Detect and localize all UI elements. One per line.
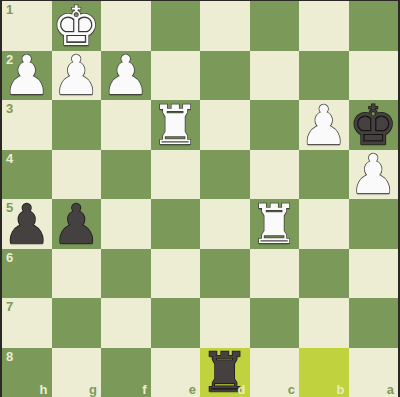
square-d2[interactable]: [200, 51, 250, 101]
square-d8[interactable]: d♜: [200, 348, 250, 397]
piece-white-pawn[interactable]: ♟: [52, 52, 102, 102]
square-c5[interactable]: ♜: [250, 199, 300, 249]
square-e3[interactable]: ♜: [151, 100, 201, 150]
square-g1[interactable]: ♚: [52, 1, 102, 51]
square-c7[interactable]: [250, 298, 300, 348]
square-e6[interactable]: [151, 249, 201, 299]
square-h2[interactable]: 2♟: [2, 51, 52, 101]
square-e5[interactable]: [151, 199, 201, 249]
square-d5[interactable]: [200, 199, 250, 249]
rank-label-4: 4: [6, 152, 13, 165]
file-label-f: f: [142, 383, 146, 396]
square-f8[interactable]: f: [101, 348, 151, 397]
square-g2[interactable]: ♟: [52, 51, 102, 101]
file-label-e: e: [189, 383, 196, 396]
rank-label-3: 3: [6, 102, 13, 115]
square-a1[interactable]: [349, 1, 399, 51]
square-h5[interactable]: 5♟: [2, 199, 52, 249]
square-e8[interactable]: e: [151, 348, 201, 397]
piece-white-pawn[interactable]: ♟: [349, 151, 399, 201]
square-h1[interactable]: 1: [2, 1, 52, 51]
square-c1[interactable]: [250, 1, 300, 51]
square-h7[interactable]: 7: [2, 298, 52, 348]
square-f3[interactable]: [101, 100, 151, 150]
square-e2[interactable]: [151, 51, 201, 101]
square-c6[interactable]: [250, 249, 300, 299]
file-label-b: b: [337, 383, 345, 396]
square-f7[interactable]: [101, 298, 151, 348]
square-b8[interactable]: b: [299, 348, 349, 397]
square-b5[interactable]: [299, 199, 349, 249]
square-d7[interactable]: [200, 298, 250, 348]
square-b6[interactable]: [299, 249, 349, 299]
square-f2[interactable]: ♟: [101, 51, 151, 101]
square-g3[interactable]: [52, 100, 102, 150]
square-c3[interactable]: [250, 100, 300, 150]
square-h4[interactable]: 4: [2, 150, 52, 200]
square-e4[interactable]: [151, 150, 201, 200]
file-label-h: h: [40, 383, 48, 396]
square-b7[interactable]: [299, 298, 349, 348]
square-b3[interactable]: ♟: [299, 100, 349, 150]
piece-white-pawn[interactable]: ♟: [101, 52, 151, 102]
square-d4[interactable]: [200, 150, 250, 200]
rank-label-2: 2: [6, 53, 13, 66]
file-label-c: c: [288, 383, 295, 396]
rank-label-8: 8: [6, 350, 13, 363]
square-c8[interactable]: c: [250, 348, 300, 397]
rank-label-7: 7: [6, 300, 13, 313]
square-e7[interactable]: [151, 298, 201, 348]
rank-label-1: 1: [6, 3, 13, 16]
square-f4[interactable]: [101, 150, 151, 200]
square-d6[interactable]: [200, 249, 250, 299]
square-c4[interactable]: [250, 150, 300, 200]
rank-label-5: 5: [6, 201, 13, 214]
piece-white-pawn[interactable]: ♟: [299, 101, 349, 151]
square-c2[interactable]: [250, 51, 300, 101]
square-g5[interactable]: ♟: [52, 199, 102, 249]
square-h6[interactable]: 6: [2, 249, 52, 299]
rank-label-6: 6: [6, 251, 13, 264]
square-e1[interactable]: [151, 1, 201, 51]
square-h3[interactable]: 3: [2, 100, 52, 150]
piece-white-rook[interactable]: ♜: [250, 200, 300, 250]
square-a7[interactable]: [349, 298, 399, 348]
square-a5[interactable]: [349, 199, 399, 249]
piece-black-pawn[interactable]: ♟: [52, 200, 102, 250]
square-a4[interactable]: ♟: [349, 150, 399, 200]
square-f5[interactable]: [101, 199, 151, 249]
square-g6[interactable]: [52, 249, 102, 299]
square-f6[interactable]: [101, 249, 151, 299]
chess-board: 1♚2♟♟♟3♜♟♚4♟5♟♟♜678hgfed♜cba: [2, 1, 398, 397]
square-h8[interactable]: 8h: [2, 348, 52, 397]
square-g7[interactable]: [52, 298, 102, 348]
square-a2[interactable]: [349, 51, 399, 101]
board-frame: 1♚2♟♟♟3♜♟♚4♟5♟♟♜678hgfed♜cba: [0, 0, 400, 397]
square-g8[interactable]: g: [52, 348, 102, 397]
file-label-a: a: [387, 383, 394, 396]
square-d3[interactable]: [200, 100, 250, 150]
square-b1[interactable]: [299, 1, 349, 51]
square-g4[interactable]: [52, 150, 102, 200]
file-label-g: g: [89, 383, 97, 396]
square-a3[interactable]: ♚: [349, 100, 399, 150]
square-f1[interactable]: [101, 1, 151, 51]
square-d1[interactable]: [200, 1, 250, 51]
piece-white-rook[interactable]: ♜: [151, 101, 201, 151]
square-a8[interactable]: a: [349, 348, 399, 397]
square-b2[interactable]: [299, 51, 349, 101]
square-a6[interactable]: [349, 249, 399, 299]
file-label-d: d: [238, 383, 246, 396]
square-b4[interactable]: [299, 150, 349, 200]
